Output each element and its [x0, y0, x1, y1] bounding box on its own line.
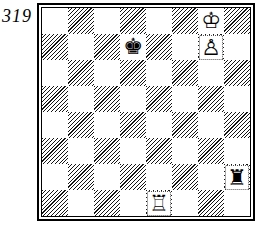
square-f1 [172, 190, 198, 216]
square-c7 [94, 34, 120, 60]
square-g2 [198, 164, 224, 190]
square-c8 [94, 8, 120, 34]
square-c5 [94, 86, 120, 112]
diagram-stage: 319 ♔♚♙♜♖ [0, 0, 264, 226]
square-g4 [198, 112, 224, 138]
square-d3 [120, 138, 146, 164]
square-e5 [146, 86, 172, 112]
square-h2: ♜ [224, 164, 250, 190]
square-a4 [42, 112, 68, 138]
square-b1 [68, 190, 94, 216]
puzzle-number: 319 [2, 6, 32, 27]
square-a2 [42, 164, 68, 190]
square-f7 [172, 34, 198, 60]
square-h8 [224, 8, 250, 34]
chess-board-frame: ♔♚♙♜♖ [37, 3, 255, 221]
square-f2 [172, 164, 198, 190]
white-pawn: ♙ [199, 35, 223, 60]
square-d7: ♚ [120, 34, 146, 60]
square-f8 [172, 8, 198, 34]
square-c4 [94, 112, 120, 138]
square-d1 [120, 190, 146, 216]
square-e4 [146, 112, 172, 138]
square-f5 [172, 86, 198, 112]
square-c1 [94, 190, 120, 216]
square-b7 [68, 34, 94, 60]
square-g1 [198, 190, 224, 216]
square-e1: ♖ [146, 190, 172, 216]
square-c6 [94, 60, 120, 86]
square-b4 [68, 112, 94, 138]
square-h5 [224, 86, 250, 112]
square-b6 [68, 60, 94, 86]
chess-board: ♔♚♙♜♖ [41, 7, 251, 217]
square-d5 [120, 86, 146, 112]
white-king: ♔ [201, 9, 221, 33]
square-b3 [68, 138, 94, 164]
square-g8: ♔ [198, 8, 224, 34]
square-f4 [172, 112, 198, 138]
square-a7 [42, 34, 68, 60]
white-rook: ♖ [147, 191, 171, 216]
square-d6 [120, 60, 146, 86]
square-a6 [42, 60, 68, 86]
square-e6 [146, 60, 172, 86]
square-d8 [120, 8, 146, 34]
square-e7 [146, 34, 172, 60]
square-g6 [198, 60, 224, 86]
square-c2 [94, 164, 120, 190]
black-rook: ♜ [225, 165, 249, 190]
square-h3 [224, 138, 250, 164]
square-e8 [146, 8, 172, 34]
square-a1 [42, 190, 68, 216]
square-h6 [224, 60, 250, 86]
square-c3 [94, 138, 120, 164]
square-a8 [42, 8, 68, 34]
square-f6 [172, 60, 198, 86]
square-h4 [224, 112, 250, 138]
square-g7: ♙ [198, 34, 224, 60]
square-e2 [146, 164, 172, 190]
square-h1 [224, 190, 250, 216]
square-h7 [224, 34, 250, 60]
square-e3 [146, 138, 172, 164]
square-a3 [42, 138, 68, 164]
square-b8 [68, 8, 94, 34]
square-b5 [68, 86, 94, 112]
black-king: ♚ [123, 35, 143, 59]
square-g3 [198, 138, 224, 164]
square-a5 [42, 86, 68, 112]
square-d4 [120, 112, 146, 138]
square-b2 [68, 164, 94, 190]
square-g5 [198, 86, 224, 112]
square-d2 [120, 164, 146, 190]
square-f3 [172, 138, 198, 164]
